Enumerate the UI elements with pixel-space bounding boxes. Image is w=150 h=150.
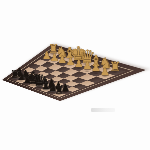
board-grid: [10, 51, 125, 97]
faint-watermark: [91, 108, 115, 112]
product-photo: ♜♞♝♛♚♝♞♜♟♟♟♟♟♟♟♟♟♟♟♟♟♟♟♟♜♞♝♛♚♝♞♜: [0, 0, 150, 150]
chess-board: [2, 44, 146, 101]
